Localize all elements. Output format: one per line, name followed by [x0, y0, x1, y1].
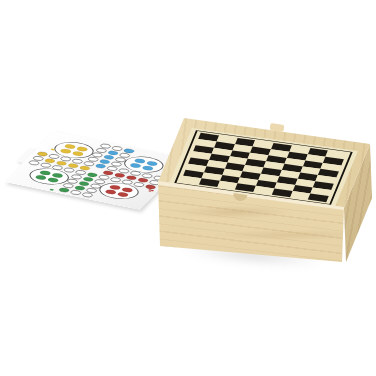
ludo-track-field — [109, 177, 122, 182]
ludo-track-field — [99, 143, 112, 148]
ludo-track-field — [74, 170, 87, 175]
ludo-track-field — [83, 161, 96, 166]
ludo-track-field — [48, 154, 61, 159]
ludo-track-field — [111, 146, 124, 151]
ludo-home-field-blue — [103, 155, 116, 160]
ludo-track-field — [63, 167, 76, 172]
ludo-start-field-green — [58, 187, 71, 192]
ludo-home-field-red — [125, 175, 138, 180]
ludo-track-field — [69, 190, 82, 195]
ludo-home-field-blue — [107, 150, 120, 155]
ludo-start-field-yellow — [36, 151, 49, 156]
ludo-marker-green — [50, 189, 54, 191]
ludo-marker-yellow — [51, 149, 55, 151]
ludo-home-field-yellow — [55, 161, 68, 166]
ludo-track-field — [32, 156, 45, 161]
ludo-track-field — [118, 168, 131, 173]
ludo-track-field — [94, 179, 107, 184]
ludo-track-field — [81, 192, 94, 197]
ludo-home-field-yellow — [79, 165, 92, 170]
ludo-track-field — [71, 159, 84, 164]
ludo-home-field-red — [113, 173, 126, 178]
ludo-home-field-green — [82, 177, 95, 182]
ludo-home-field-red — [137, 177, 150, 182]
ludo-track-field — [28, 160, 41, 165]
ludo-start-field-red — [144, 184, 157, 189]
product-photo — [0, 0, 376, 376]
ludo-home-field-yellow — [44, 158, 57, 163]
ludo-home-field-yellow — [67, 163, 80, 168]
ludo-home-field-red — [102, 170, 115, 175]
ludo-track-field — [141, 173, 154, 178]
ludo-home-field-blue — [98, 159, 111, 164]
ludo-track-field — [62, 183, 75, 188]
ludo-track-field — [98, 175, 111, 180]
ludo-home-field-green — [78, 181, 91, 186]
ludo-track-field — [110, 161, 123, 166]
ludo-home-field-green — [74, 185, 87, 190]
checker-square — [308, 194, 329, 203]
ludo-home-field-green — [86, 172, 99, 177]
ludo-track-field — [95, 148, 108, 153]
ludo-track-field — [133, 182, 146, 187]
ludo-track-field — [40, 163, 53, 168]
ludo-track-field — [106, 166, 119, 171]
ludo-home-field-blue — [94, 163, 107, 168]
ludo-track-field — [85, 188, 98, 193]
ludo-track-field — [87, 157, 100, 162]
ludo-track-field — [70, 174, 83, 179]
ludo-track-field — [118, 153, 131, 158]
